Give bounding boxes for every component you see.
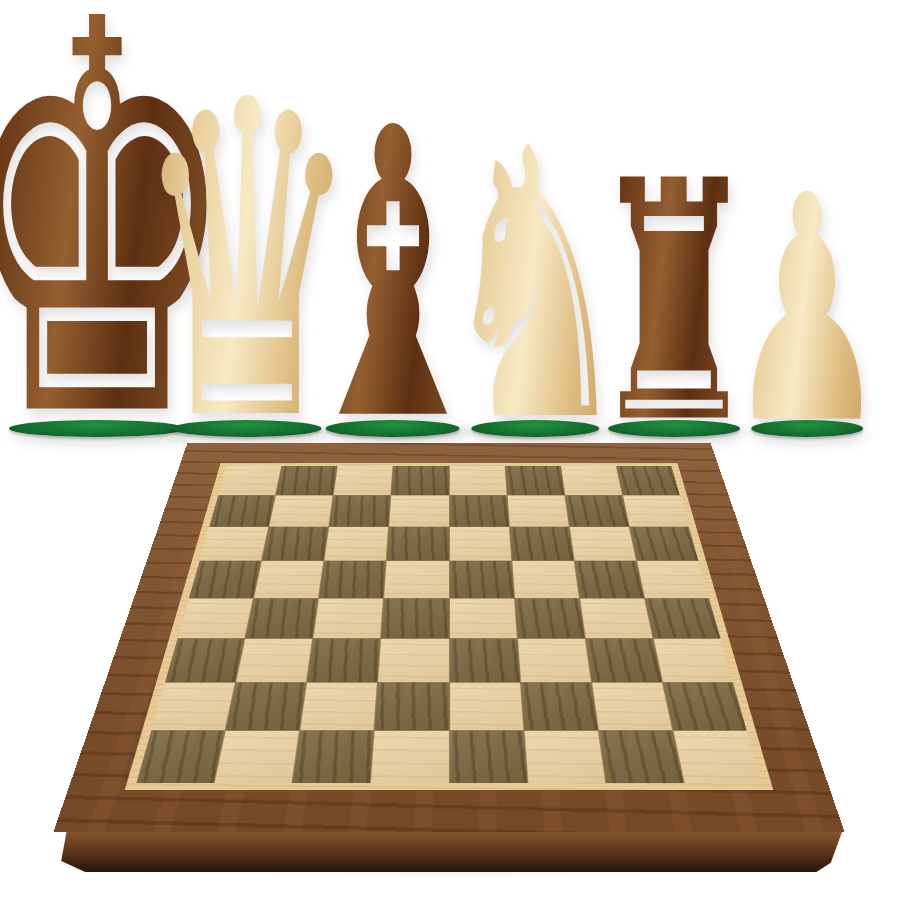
square-b2	[226, 683, 306, 730]
square-f2	[521, 683, 598, 730]
square-c7	[329, 496, 390, 527]
square-f3	[518, 639, 591, 682]
square-d4	[382, 598, 449, 638]
square-e2	[450, 683, 523, 730]
square-d6	[387, 527, 449, 561]
square-d1	[371, 731, 448, 783]
square-f8	[505, 466, 564, 495]
square-e1	[450, 731, 527, 783]
square-f6	[510, 527, 574, 561]
square-g3	[586, 639, 662, 682]
square-h8	[617, 466, 680, 495]
square-a1	[136, 731, 224, 783]
square-h7	[623, 496, 689, 527]
square-h6	[630, 527, 699, 561]
square-b1	[215, 731, 300, 783]
board-maple-border	[125, 463, 774, 790]
square-h4	[645, 598, 720, 638]
square-c4	[314, 598, 384, 638]
square-a2	[151, 683, 235, 730]
square-b7	[269, 496, 333, 527]
square-b4	[246, 598, 319, 638]
board-frame	[53, 443, 844, 832]
square-g6	[570, 527, 636, 561]
square-b5	[254, 561, 323, 597]
square-d5	[384, 561, 448, 597]
square-e5	[449, 561, 513, 597]
square-g7	[565, 496, 629, 527]
square-e3	[450, 639, 520, 682]
square-g2	[592, 683, 672, 730]
square-g1	[599, 731, 684, 783]
square-a4	[178, 598, 253, 638]
square-d3	[378, 639, 448, 682]
pawn-icon: ♟	[726, 154, 888, 466]
square-f7	[507, 496, 568, 527]
square-h2	[663, 683, 747, 730]
square-g8	[561, 466, 622, 495]
square-c5	[319, 561, 386, 597]
square-e7	[449, 496, 508, 527]
square-g5	[574, 561, 643, 597]
square-d8	[392, 466, 449, 495]
piece-light-pawn: ♟	[667, 120, 900, 432]
square-b8	[276, 466, 337, 495]
square-e6	[449, 527, 511, 561]
square-f5	[512, 561, 579, 597]
square-h5	[637, 561, 709, 597]
square-b3	[236, 639, 312, 682]
square-d7	[389, 496, 448, 527]
square-a7	[209, 496, 275, 527]
square-c8	[334, 466, 393, 495]
square-e4	[450, 598, 517, 638]
square-c3	[307, 639, 380, 682]
square-a8	[218, 466, 281, 495]
square-f4	[515, 598, 585, 638]
square-a6	[200, 527, 269, 561]
square-a3	[165, 639, 244, 682]
square-c2	[301, 683, 378, 730]
chess-set-photo: ♚ ♛ ♝ ♞ ♜ ♟	[0, 0, 900, 900]
square-h3	[654, 639, 733, 682]
square-f1	[524, 731, 605, 783]
board-front-edge	[50, 826, 850, 872]
square-c6	[325, 527, 389, 561]
square-h1	[673, 731, 761, 783]
board-grid	[136, 466, 761, 783]
square-d2	[375, 683, 448, 730]
square-a5	[189, 561, 261, 597]
square-b6	[262, 527, 328, 561]
square-c1	[293, 731, 374, 783]
chessboard	[53, 443, 844, 832]
square-e8	[449, 466, 506, 495]
square-g4	[580, 598, 653, 638]
